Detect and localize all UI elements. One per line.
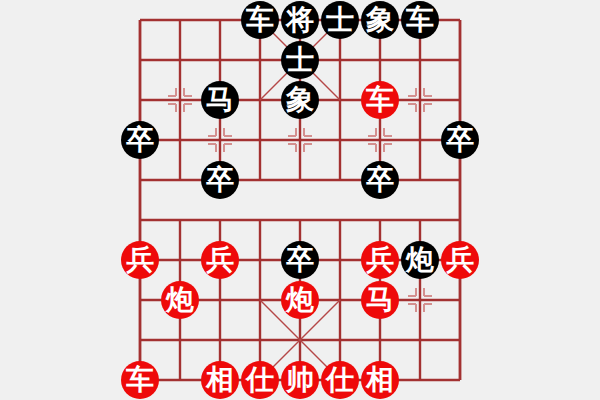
- piece-black-soldier[interactable]: 卒: [121, 121, 159, 159]
- piece-black-soldier[interactable]: 卒: [201, 161, 239, 199]
- piece-red-advisor[interactable]: 仕: [241, 361, 279, 399]
- piece-black-elephant[interactable]: 象: [281, 81, 319, 119]
- piece-red-horse[interactable]: 马: [361, 281, 399, 319]
- piece-black-chariot[interactable]: 车: [401, 1, 439, 39]
- piece-red-elephant[interactable]: 相: [361, 361, 399, 399]
- piece-black-chariot[interactable]: 车: [241, 1, 279, 39]
- piece-black-horse[interactable]: 马: [201, 81, 239, 119]
- piece-black-soldier[interactable]: 卒: [441, 121, 479, 159]
- piece-black-advisor[interactable]: 士: [281, 41, 319, 79]
- xiangqi-board[interactable]: 车将士象车士马象车卒卒卒卒兵兵卒兵炮兵炮炮马车相仕帅仕相: [120, 0, 480, 400]
- piece-red-soldier[interactable]: 兵: [121, 241, 159, 279]
- piece-red-advisor[interactable]: 仕: [321, 361, 359, 399]
- piece-red-soldier[interactable]: 兵: [361, 241, 399, 279]
- piece-black-soldier[interactable]: 卒: [361, 161, 399, 199]
- piece-red-cannon[interactable]: 炮: [281, 281, 319, 319]
- piece-black-cannon[interactable]: 炮: [401, 241, 439, 279]
- piece-red-soldier[interactable]: 兵: [441, 241, 479, 279]
- piece-red-chariot[interactable]: 车: [361, 81, 399, 119]
- piece-red-soldier[interactable]: 兵: [201, 241, 239, 279]
- piece-black-soldier[interactable]: 卒: [281, 241, 319, 279]
- piece-red-general[interactable]: 帅: [281, 361, 319, 399]
- piece-black-advisor[interactable]: 士: [321, 1, 359, 39]
- piece-black-elephant[interactable]: 象: [361, 1, 399, 39]
- piece-red-chariot[interactable]: 车: [121, 361, 159, 399]
- xiangqi-app: 车将士象车士马象车卒卒卒卒兵兵卒兵炮兵炮炮马车相仕帅仕相: [0, 0, 600, 400]
- piece-red-elephant[interactable]: 相: [201, 361, 239, 399]
- piece-red-cannon[interactable]: 炮: [161, 281, 199, 319]
- piece-black-general[interactable]: 将: [281, 1, 319, 39]
